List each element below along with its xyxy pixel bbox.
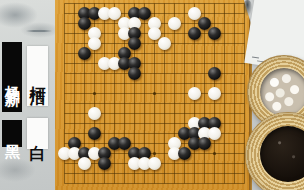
black-stone	[198, 137, 211, 150]
black-stone	[128, 67, 141, 80]
white-stone	[168, 17, 181, 30]
star-point	[153, 152, 156, 155]
white-color-label: 白	[27, 118, 48, 149]
star-point	[213, 152, 216, 155]
star-point	[93, 92, 96, 95]
black-stone	[188, 27, 201, 40]
star-point	[153, 92, 156, 95]
white-stone	[88, 107, 101, 120]
go-match-thumbnail: 杨鼎新 柯洁 黑 白	[0, 0, 304, 190]
go-board	[55, 0, 250, 190]
white-stone	[158, 37, 171, 50]
dark-scroll-edge	[243, 0, 252, 16]
white-stone	[148, 157, 161, 170]
black-stone	[208, 67, 221, 80]
black-color-label: 黑	[2, 120, 22, 147]
white-stone	[78, 157, 91, 170]
white-stone	[88, 37, 101, 50]
white-stone	[188, 87, 201, 100]
white-stone	[208, 127, 221, 140]
black-stone	[78, 47, 91, 60]
black-stone	[128, 37, 141, 50]
black-stone-bowl	[245, 112, 304, 190]
black-stone	[98, 157, 111, 170]
black-stone	[88, 127, 101, 140]
black-stone	[208, 27, 221, 40]
pavilion-roof-stroke	[26, 30, 52, 32]
black-player-name-plate: 杨鼎新	[2, 42, 22, 112]
white-stone	[208, 87, 221, 100]
white-player-name-plate: 柯洁	[27, 46, 48, 106]
white-stones-in-bowl	[260, 68, 304, 116]
black-stone	[178, 147, 191, 160]
black-stones-in-bowl	[260, 126, 304, 182]
ink-rock-smudge	[0, 158, 36, 182]
